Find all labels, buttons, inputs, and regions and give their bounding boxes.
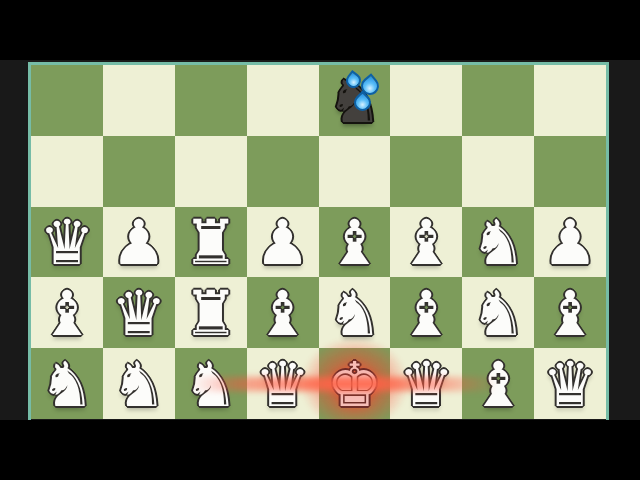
square-r2c2[interactable]: ♜: [175, 207, 247, 278]
piece-white-knight[interactable]: ♞: [470, 212, 526, 274]
piece-white-queen[interactable]: ♛: [255, 354, 311, 416]
square-r4c2[interactable]: ♞: [175, 348, 247, 419]
square-r4c0[interactable]: ♞: [31, 348, 103, 419]
square-r2c4[interactable]: ♝: [319, 207, 391, 278]
square-r0c2[interactable]: [175, 65, 247, 136]
square-r2c5[interactable]: ♝: [390, 207, 462, 278]
square-r1c6[interactable]: [462, 136, 534, 207]
square-r2c0[interactable]: ♛: [31, 207, 103, 278]
piece-white-knight[interactable]: ♞: [470, 283, 526, 345]
square-r4c5[interactable]: ♛: [390, 348, 462, 419]
square-r1c2[interactable]: [175, 136, 247, 207]
chess-board: ♞♛♟♜♟♝♝♞♟♝♛♜♝♞♝♞♝♞♞♞♛♚♛♝♛: [28, 62, 609, 420]
piece-white-bishop[interactable]: ♝: [542, 283, 598, 345]
square-r0c7[interactable]: [534, 65, 606, 136]
piece-white-queen[interactable]: ♛: [39, 212, 95, 274]
square-r3c2[interactable]: ♜: [175, 277, 247, 348]
square-r0c1[interactable]: [103, 65, 175, 136]
piece-white-king[interactable]: ♚: [327, 354, 383, 416]
video-frame: ♞♛♟♜♟♝♝♞♟♝♛♜♝♞♝♞♝♞♞♞♛♚♛♝♛: [0, 0, 640, 480]
square-r1c3[interactable]: [247, 136, 319, 207]
square-r3c6[interactable]: ♞: [462, 277, 534, 348]
letterbox-bottom: [0, 420, 640, 480]
square-r4c1[interactable]: ♞: [103, 348, 175, 419]
square-r1c7[interactable]: [534, 136, 606, 207]
square-r2c7[interactable]: ♟: [534, 207, 606, 278]
piece-white-knight[interactable]: ♞: [183, 354, 239, 416]
piece-white-bishop[interactable]: ♝: [470, 354, 526, 416]
square-r3c4[interactable]: ♞: [319, 277, 391, 348]
piece-white-bishop[interactable]: ♝: [39, 283, 95, 345]
square-r0c5[interactable]: [390, 65, 462, 136]
piece-white-queen[interactable]: ♛: [111, 283, 167, 345]
square-r3c1[interactable]: ♛: [103, 277, 175, 348]
board-grid: ♞♛♟♜♟♝♝♞♟♝♛♜♝♞♝♞♝♞♞♞♛♚♛♝♛: [31, 65, 606, 419]
square-r3c3[interactable]: ♝: [247, 277, 319, 348]
square-r1c0[interactable]: [31, 136, 103, 207]
piece-white-queen[interactable]: ♛: [399, 354, 455, 416]
letterbox-top: [0, 0, 640, 60]
square-r4c6[interactable]: ♝: [462, 348, 534, 419]
piece-white-bishop[interactable]: ♝: [399, 212, 455, 274]
square-r1c4[interactable]: [319, 136, 391, 207]
square-r2c3[interactable]: ♟: [247, 207, 319, 278]
square-r4c3[interactable]: ♛: [247, 348, 319, 419]
piece-white-bishop[interactable]: ♝: [255, 283, 311, 345]
piece-black-knight[interactable]: ♞: [327, 70, 383, 132]
piece-white-rook[interactable]: ♜: [183, 283, 239, 345]
piece-white-rook[interactable]: ♜: [183, 212, 239, 274]
piece-white-knight[interactable]: ♞: [111, 354, 167, 416]
piece-white-pawn[interactable]: ♟: [111, 212, 167, 274]
square-r3c0[interactable]: ♝: [31, 277, 103, 348]
square-r2c6[interactable]: ♞: [462, 207, 534, 278]
piece-white-queen[interactable]: ♛: [542, 354, 598, 416]
square-r1c1[interactable]: [103, 136, 175, 207]
piece-white-pawn[interactable]: ♟: [542, 212, 598, 274]
piece-white-bishop[interactable]: ♝: [399, 283, 455, 345]
square-r4c7[interactable]: ♛: [534, 348, 606, 419]
piece-white-knight[interactable]: ♞: [39, 354, 95, 416]
square-r1c5[interactable]: [390, 136, 462, 207]
piece-white-knight[interactable]: ♞: [327, 283, 383, 345]
piece-white-pawn[interactable]: ♟: [255, 212, 311, 274]
square-r0c3[interactable]: [247, 65, 319, 136]
square-r3c7[interactable]: ♝: [534, 277, 606, 348]
square-r0c4[interactable]: ♞: [319, 65, 391, 136]
piece-white-bishop[interactable]: ♝: [327, 212, 383, 274]
square-r0c6[interactable]: [462, 65, 534, 136]
video-area: ♞♛♟♜♟♝♝♞♟♝♛♜♝♞♝♞♝♞♞♞♛♚♛♝♛: [0, 60, 640, 420]
square-r4c4[interactable]: ♚: [319, 348, 391, 419]
square-r0c0[interactable]: [31, 65, 103, 136]
square-r3c5[interactable]: ♝: [390, 277, 462, 348]
square-r2c1[interactable]: ♟: [103, 207, 175, 278]
